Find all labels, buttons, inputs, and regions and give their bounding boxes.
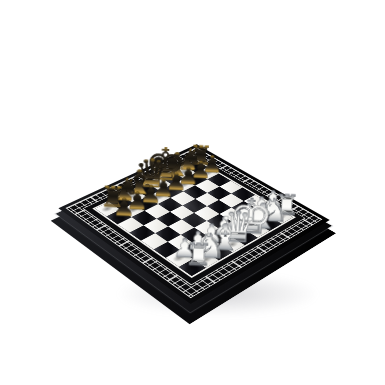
piece-black-pawn[interactable]: ♟ — [141, 156, 258, 184]
square-h8[interactable]: ♜ — [184, 160, 207, 172]
square-g7[interactable]: ♟ — [184, 173, 207, 186]
square-h6[interactable] — [207, 174, 230, 187]
board-grid: ♜♞♝♛♚♝♞♜♟♟♟♟♟♟♟♟♟♟♟♟♟♟♟♟♜♞♝♛♚♝♞♜ — [92, 159, 296, 278]
piece-shadow — [177, 168, 192, 176]
piece-black-rook[interactable]: ♜ — [143, 140, 258, 171]
chess-board: ♜♞♝♛♚♝♞♜♟♟♟♟♟♟♟♟♟♟♟♟♟♟♟♟♜♞♝♛♚♝♞♜ — [58, 144, 329, 304]
square-g8[interactable]: ♞ — [173, 166, 196, 179]
piece-shadow — [189, 162, 204, 170]
piece-black-bishop[interactable]: ♝ — [118, 146, 236, 183]
product-photo: ♜♞♝♛♚♝♞♜♟♟♟♟♟♟♟♟♟♟♟♟♟♟♟♟♜♞♝♛♚♝♞♜ — [0, 0, 385, 385]
piece-shadow — [164, 174, 179, 182]
piece-black-pawn[interactable]: ♟ — [154, 151, 270, 179]
square-h7[interactable]: ♟ — [196, 167, 219, 180]
scene-rotation: ♜♞♝♛♚♝♞♜♟♟♟♟♟♟♟♟♟♟♟♟♟♟♟♟♜♞♝♛♚♝♞♜ — [0, 0, 385, 385]
piece-black-knight[interactable]: ♞ — [131, 143, 247, 177]
piece-shadow — [200, 169, 215, 177]
piece-white-rook[interactable]: ♜ — [130, 237, 265, 273]
piece-shadow — [176, 181, 191, 189]
square-f8[interactable]: ♝ — [160, 172, 183, 185]
piece-shadow — [188, 175, 203, 183]
chess-scene: ♜♞♝♛♚♝♞♜♟♟♟♟♟♟♟♟♟♟♟♟♟♟♟♟♜♞♝♛♚♝♞♜ — [0, 0, 385, 385]
